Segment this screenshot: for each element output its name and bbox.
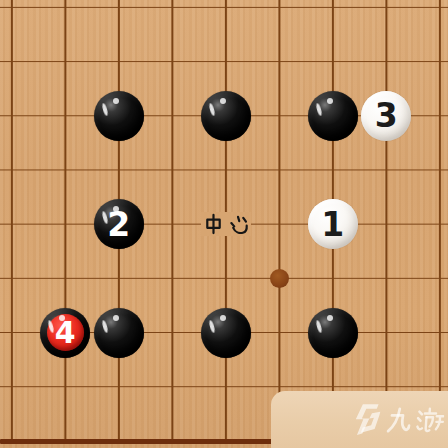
- gomoku-board-screenshot: 3214 中心: [0, 0, 448, 448]
- glyph-jiu: [386, 405, 412, 435]
- stone-black[interactable]: [308, 91, 358, 141]
- move-number: 2: [107, 208, 130, 241]
- center-point-label: 中心: [201, 212, 251, 236]
- move-number: 3: [375, 99, 398, 132]
- 9game-logo-icon: [351, 402, 384, 438]
- glyph-you: [415, 405, 445, 435]
- stone-black-move-4[interactable]: 4: [40, 308, 90, 358]
- glyph-zhong: [203, 213, 224, 235]
- stone-black[interactable]: [201, 308, 251, 358]
- stone-black[interactable]: [94, 91, 144, 141]
- move-number: 4: [55, 318, 76, 348]
- stone-black[interactable]: [94, 308, 144, 358]
- stone-black[interactable]: [201, 91, 251, 141]
- red-marker-disc: 4: [47, 314, 84, 351]
- watermark: 九游: [350, 396, 447, 444]
- stone-black-move-2[interactable]: 2: [94, 199, 144, 249]
- glyph-xin: [228, 213, 249, 235]
- stone-white-move-1[interactable]: 1: [308, 199, 358, 249]
- star-point: [270, 269, 289, 288]
- stone-white-move-3[interactable]: 3: [361, 91, 411, 141]
- move-number: 1: [321, 208, 344, 241]
- stone-black[interactable]: [308, 308, 358, 358]
